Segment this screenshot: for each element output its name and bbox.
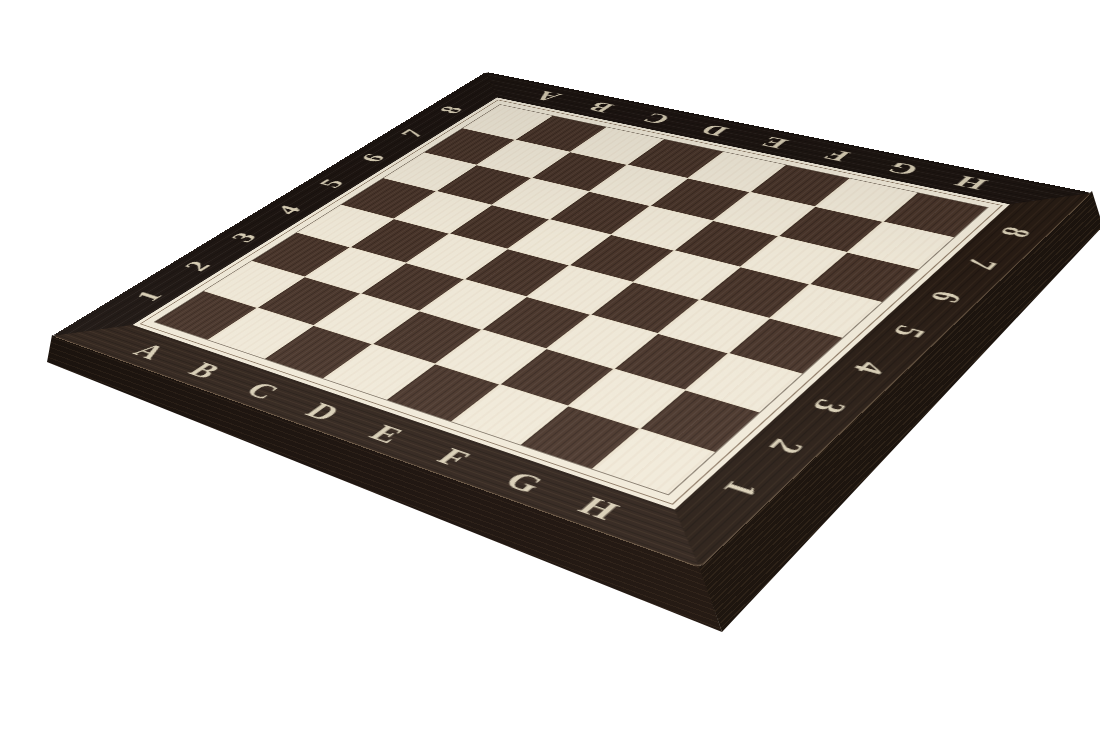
photo-canvas: AABBCCDDEEFFGGHH1122334455667788 bbox=[0, 0, 1100, 733]
chess-board: AABBCCDDEEFFGGHH1122334455667788 bbox=[52, 72, 1092, 568]
